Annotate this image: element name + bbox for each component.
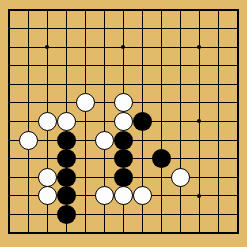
white-stone[interactable]: [114, 186, 133, 205]
black-stone[interactable]: [57, 186, 76, 205]
white-stone[interactable]: [114, 93, 133, 112]
white-stone[interactable]: [38, 168, 57, 187]
star-point: [197, 194, 201, 198]
black-stone[interactable]: [114, 149, 133, 168]
grid-line-horizontal: [9, 232, 238, 233]
black-stone[interactable]: [114, 168, 133, 187]
black-stone[interactable]: [133, 112, 152, 131]
grid-line-horizontal: [9, 214, 238, 215]
white-stone[interactable]: [95, 131, 114, 150]
black-stone[interactable]: [114, 131, 133, 150]
black-stone[interactable]: [57, 205, 76, 224]
white-stone[interactable]: [19, 131, 38, 150]
white-stone[interactable]: [114, 112, 133, 131]
white-stone[interactable]: [38, 112, 57, 131]
white-stone[interactable]: [171, 168, 190, 187]
grid-line-vertical: [237, 10, 238, 234]
black-stone[interactable]: [152, 149, 171, 168]
white-stone[interactable]: [38, 186, 57, 205]
black-stone[interactable]: [57, 131, 76, 150]
grid-line-vertical: [180, 10, 181, 234]
white-stone[interactable]: [57, 112, 76, 131]
grid-line-vertical: [161, 10, 162, 234]
black-stone[interactable]: [57, 149, 76, 168]
grid-line-vertical: [218, 10, 219, 234]
white-stone[interactable]: [95, 186, 114, 205]
white-stone[interactable]: [76, 93, 95, 112]
black-stone[interactable]: [57, 168, 76, 187]
white-stone[interactable]: [133, 186, 152, 205]
go-board[interactable]: [0, 0, 247, 247]
screenshot-root: [0, 0, 247, 247]
